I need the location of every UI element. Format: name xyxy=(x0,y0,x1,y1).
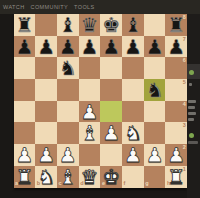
square-h6[interactable]: 6 xyxy=(165,57,187,79)
square-a1[interactable]: a♜ xyxy=(14,166,36,188)
white-pawn-h2[interactable]: ♟ xyxy=(165,144,187,166)
square-d2[interactable] xyxy=(79,144,101,166)
square-a2[interactable]: ♟ xyxy=(14,144,36,166)
black-rook-h8[interactable]: ♜ xyxy=(165,14,187,36)
square-f7[interactable]: ♟ xyxy=(122,36,144,58)
square-g8[interactable] xyxy=(144,14,166,36)
white-knight-f3[interactable]: ♞ xyxy=(122,122,144,144)
white-pawn-f2[interactable]: ♟ xyxy=(122,144,144,166)
square-h1[interactable]: 1h♜ xyxy=(165,166,187,188)
white-pawn-b2[interactable]: ♟ xyxy=(35,144,57,166)
square-a3[interactable] xyxy=(14,122,36,144)
black-knight-g5[interactable]: ♞ xyxy=(144,79,166,101)
square-e6[interactable] xyxy=(100,57,122,79)
square-a4[interactable] xyxy=(14,101,36,123)
black-pawn-h7[interactable]: ♟ xyxy=(165,36,187,58)
square-b3[interactable] xyxy=(35,122,57,144)
black-pawn-d7[interactable]: ♟ xyxy=(79,36,101,58)
square-c3[interactable] xyxy=(57,122,79,144)
square-e3[interactable]: ♟ xyxy=(100,122,122,144)
square-a5[interactable] xyxy=(14,79,36,101)
rank-label-5: 5 xyxy=(183,80,186,86)
square-g6[interactable] xyxy=(144,57,166,79)
square-h8[interactable]: 8♜ xyxy=(165,14,187,36)
square-h4[interactable]: 4 xyxy=(165,101,187,123)
white-knight-b1[interactable]: ♞ xyxy=(35,166,57,188)
square-f6[interactable] xyxy=(122,57,144,79)
file-label-f: f xyxy=(124,181,126,187)
square-f4[interactable] xyxy=(122,101,144,123)
square-h5[interactable]: 5 xyxy=(165,79,187,101)
square-d8[interactable]: ♛ xyxy=(79,14,101,36)
white-bishop-d3[interactable]: ♝ xyxy=(79,122,101,144)
player-online-status-icon xyxy=(189,133,194,138)
square-g4[interactable] xyxy=(144,101,166,123)
move-list-text-fragment xyxy=(189,83,192,86)
square-e7[interactable]: ♟ xyxy=(100,36,122,58)
square-f8[interactable]: ♝ xyxy=(122,14,144,36)
square-f2[interactable]: ♟ xyxy=(122,144,144,166)
square-g2[interactable]: ♟ xyxy=(144,144,166,166)
square-c6[interactable]: ♞ xyxy=(57,57,79,79)
white-bishop-c1[interactable]: ♝ xyxy=(57,166,79,188)
rank-label-4: 4 xyxy=(183,102,186,108)
black-pawn-f7[interactable]: ♟ xyxy=(122,36,144,58)
white-king-e1[interactable]: ♚ xyxy=(100,166,122,188)
black-pawn-g7[interactable]: ♟ xyxy=(144,36,166,58)
square-b7[interactable]: ♟ xyxy=(35,36,57,58)
square-h2[interactable]: 2♟ xyxy=(165,144,187,166)
square-b4[interactable] xyxy=(35,101,57,123)
square-c4[interactable] xyxy=(57,101,79,123)
square-a6[interactable] xyxy=(14,57,36,79)
square-e4[interactable] xyxy=(100,101,122,123)
square-g7[interactable]: ♟ xyxy=(144,36,166,58)
square-d5[interactable] xyxy=(79,79,101,101)
square-c1[interactable]: c♝ xyxy=(57,166,79,188)
square-h7[interactable]: 7♟ xyxy=(165,36,187,58)
square-c7[interactable]: ♟ xyxy=(57,36,79,58)
nav-item-tools[interactable]: TOOLS xyxy=(74,4,95,10)
nav-item-watch[interactable]: WATCH xyxy=(3,4,25,10)
square-d7[interactable]: ♟ xyxy=(79,36,101,58)
square-c2[interactable]: ♟ xyxy=(57,144,79,166)
square-e8[interactable]: ♚ xyxy=(100,14,122,36)
black-pawn-e7[interactable]: ♟ xyxy=(100,36,122,58)
square-b6[interactable] xyxy=(35,57,57,79)
square-e1[interactable]: e♚ xyxy=(100,166,122,188)
square-b1[interactable]: b♞ xyxy=(35,166,57,188)
square-d1[interactable]: d♛ xyxy=(79,166,101,188)
white-queen-d1[interactable]: ♛ xyxy=(79,166,101,188)
square-g1[interactable]: g xyxy=(144,166,166,188)
square-e2[interactable] xyxy=(100,144,122,166)
square-e5[interactable] xyxy=(100,79,122,101)
right-sidebar xyxy=(187,14,200,198)
square-b5[interactable] xyxy=(35,79,57,101)
white-rook-a1[interactable]: ♜ xyxy=(14,166,36,188)
white-pawn-c2[interactable]: ♟ xyxy=(57,144,79,166)
square-b2[interactable]: ♟ xyxy=(35,144,57,166)
square-d3[interactable]: ♝ xyxy=(79,122,101,144)
white-rook-h1[interactable]: ♜ xyxy=(165,166,187,188)
black-rook-a8[interactable]: ♜ xyxy=(14,14,36,36)
move-list-text-fragment xyxy=(188,106,195,109)
white-pawn-g2[interactable]: ♟ xyxy=(144,144,166,166)
move-list-text-fragment xyxy=(188,112,196,115)
square-d4[interactable]: ♟ xyxy=(79,101,101,123)
move-list-text-fragment xyxy=(188,100,196,103)
square-d6[interactable] xyxy=(79,57,101,79)
black-pawn-c7[interactable]: ♟ xyxy=(57,36,79,58)
square-a8[interactable]: ♜ xyxy=(14,14,36,36)
nav-item-community[interactable]: COMMUNITY xyxy=(31,4,69,10)
chess-board[interactable]: ♜♝♛♚♝8♜♟♟♟♟♟♟♟7♟♞6♞5♟4♝♟♞3♟♟♟♟♟2♟a♜b♞c♝d… xyxy=(14,14,188,188)
square-h3[interactable]: 3 xyxy=(165,122,187,144)
square-a7[interactable]: ♟ xyxy=(14,36,36,58)
white-pawn-d4[interactable]: ♟ xyxy=(79,101,101,123)
top-nav-bar: WATCH COMMUNITY TOOLS xyxy=(0,0,200,14)
square-b8[interactable] xyxy=(35,14,57,36)
black-knight-c6[interactable]: ♞ xyxy=(57,57,79,79)
square-g3[interactable] xyxy=(144,122,166,144)
black-pawn-a7[interactable]: ♟ xyxy=(14,36,36,58)
square-c5[interactable] xyxy=(57,79,79,101)
black-queen-d8[interactable]: ♛ xyxy=(79,14,101,36)
rank-label-6: 6 xyxy=(183,58,186,64)
black-bishop-c8[interactable]: ♝ xyxy=(57,14,79,36)
square-g5[interactable]: ♞ xyxy=(144,79,166,101)
move-list-text-fragment xyxy=(188,118,194,121)
player-name-text-fragment xyxy=(188,141,198,144)
black-pawn-b7[interactable]: ♟ xyxy=(35,36,57,58)
square-f5[interactable] xyxy=(122,79,144,101)
square-f3[interactable]: ♞ xyxy=(122,122,144,144)
white-pawn-a2[interactable]: ♟ xyxy=(14,144,36,166)
white-pawn-e3[interactable]: ♟ xyxy=(100,122,122,144)
opponent-online-status-icon xyxy=(189,70,194,75)
file-label-g: g xyxy=(145,181,148,187)
square-c8[interactable]: ♝ xyxy=(57,14,79,36)
rank-label-3: 3 xyxy=(183,123,186,129)
square-f1[interactable]: f xyxy=(122,166,144,188)
black-king-e8[interactable]: ♚ xyxy=(100,14,122,36)
black-bishop-f8[interactable]: ♝ xyxy=(122,14,144,36)
